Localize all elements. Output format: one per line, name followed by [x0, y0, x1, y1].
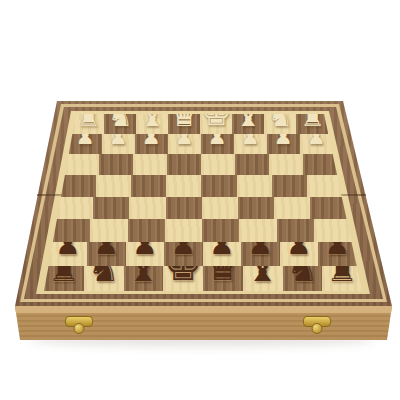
square[interactable]: [129, 197, 165, 219]
square[interactable]: ♟: [69, 134, 102, 154]
board-rank: [57, 197, 347, 219]
square[interactable]: [202, 219, 239, 242]
square[interactable]: ♝: [124, 266, 164, 291]
square[interactable]: [65, 154, 99, 175]
square[interactable]: ♝: [243, 266, 283, 291]
square[interactable]: [314, 219, 351, 242]
square[interactable]: ♟: [318, 242, 357, 266]
brass-clasp-right: [303, 316, 331, 327]
square[interactable]: ♞: [84, 266, 124, 291]
square[interactable]: [239, 219, 276, 242]
square[interactable]: [202, 197, 238, 219]
square[interactable]: [61, 175, 96, 197]
square[interactable]: ♝: [136, 114, 168, 134]
square[interactable]: ♟: [126, 242, 165, 266]
square[interactable]: [57, 197, 93, 219]
board-rank: [65, 154, 337, 175]
square[interactable]: [167, 154, 201, 175]
square[interactable]: [269, 154, 303, 175]
square[interactable]: [96, 175, 131, 197]
board-rank: [61, 175, 342, 197]
square[interactable]: ♚: [163, 266, 203, 291]
square[interactable]: ♟: [135, 134, 168, 154]
square[interactable]: [93, 197, 129, 219]
brass-clasp-left: [65, 316, 93, 327]
board-rank: ♟♟♟♟♟♟♟♟: [49, 242, 357, 266]
square[interactable]: ♟: [102, 134, 135, 154]
square[interactable]: ♝: [232, 114, 264, 134]
square[interactable]: ♟: [164, 242, 203, 266]
square[interactable]: [277, 219, 314, 242]
square[interactable]: ♛: [203, 266, 243, 291]
square[interactable]: ♞: [104, 114, 136, 134]
square[interactable]: ♞: [283, 266, 323, 291]
square[interactable]: [238, 197, 274, 219]
square[interactable]: [133, 154, 167, 175]
square[interactable]: ♞: [264, 114, 296, 134]
square[interactable]: [166, 175, 201, 197]
square[interactable]: ♟: [201, 134, 234, 154]
square[interactable]: [303, 154, 337, 175]
square[interactable]: [274, 197, 310, 219]
board-rank: ♜♞♝♚♛♝♞♜: [44, 266, 362, 291]
square[interactable]: ♜: [72, 114, 104, 134]
square[interactable]: ♟: [300, 134, 333, 154]
square[interactable]: [272, 175, 307, 197]
square[interactable]: [201, 175, 236, 197]
square[interactable]: [201, 154, 235, 175]
square[interactable]: ♟: [241, 242, 280, 266]
board-rank: ♟♟♟♟♟♟♟♟: [69, 134, 333, 154]
photo-scene: ♜♞♝♛♚♝♞♜♟♟♟♟♟♟♟♟♟♟♟♟♟♟♟♟♜♞♝♚♛♝♞♜: [0, 0, 400, 400]
square[interactable]: ♟: [168, 134, 201, 154]
square[interactable]: [165, 219, 202, 242]
square[interactable]: [307, 175, 342, 197]
square[interactable]: ♛: [168, 114, 200, 134]
square[interactable]: ♟: [280, 242, 319, 266]
square[interactable]: [166, 197, 202, 219]
board-rank: ♜♞♝♛♚♝♞♜: [72, 114, 328, 134]
square[interactable]: [53, 219, 90, 242]
square[interactable]: ♟: [49, 242, 88, 266]
square[interactable]: [237, 175, 272, 197]
square[interactable]: ♜: [322, 266, 362, 291]
board-rank: [53, 219, 352, 242]
square[interactable]: ♟: [267, 134, 300, 154]
square[interactable]: [99, 154, 133, 175]
square[interactable]: ♚: [200, 114, 232, 134]
square[interactable]: [131, 175, 166, 197]
square[interactable]: ♜: [296, 114, 328, 134]
square[interactable]: ♜: [44, 266, 84, 291]
square[interactable]: ♟: [203, 242, 242, 266]
square[interactable]: [235, 154, 269, 175]
square[interactable]: [90, 219, 127, 242]
square[interactable]: [128, 219, 165, 242]
square[interactable]: ♟: [234, 134, 267, 154]
square[interactable]: [310, 197, 346, 219]
square[interactable]: ♟: [87, 242, 126, 266]
